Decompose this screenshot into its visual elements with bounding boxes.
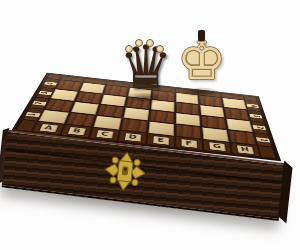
right-rank-label-3: 3 xyxy=(248,110,263,121)
product-photo: 44332211ABCDEFGH ♛ xyxy=(0,0,300,250)
queen-crown-ball xyxy=(156,45,164,53)
rank-label-text: 4 xyxy=(245,103,259,109)
rank-label-text: 2 xyxy=(251,124,267,130)
file-label-d: D xyxy=(119,131,147,144)
file-label-text: F xyxy=(180,139,198,149)
file-label-text: E xyxy=(152,135,170,145)
king-cross-finial xyxy=(198,30,205,41)
file-label-f: F xyxy=(176,137,203,150)
rank-label-text: 4 xyxy=(43,81,58,86)
file-label-text: A xyxy=(38,123,59,132)
light-king-piece: ♚ xyxy=(177,33,226,88)
file-label-text: B xyxy=(66,126,87,136)
file-label-g: G xyxy=(203,140,231,153)
queen-crown-ball xyxy=(146,39,154,47)
queen-crown-ball xyxy=(135,39,143,47)
king-glyph: ♚ xyxy=(177,33,226,88)
dark-queen-piece: ♛ xyxy=(119,37,173,97)
file-label-h: H xyxy=(231,143,260,156)
right-rank-label-2: 2 xyxy=(251,121,267,133)
file-label-e: E xyxy=(147,134,174,147)
file-label-b: B xyxy=(62,125,92,138)
right-rank-label-1: 1 xyxy=(255,133,272,146)
file-label-text: H xyxy=(235,145,255,155)
file-label-c: C xyxy=(90,128,119,141)
brass-clasp-icon xyxy=(103,150,147,192)
file-label-text: C xyxy=(95,129,115,139)
rank-label-text: 1 xyxy=(255,136,271,143)
rank-label-text: 3 xyxy=(37,90,53,96)
board-frame-cell xyxy=(259,146,276,158)
rank-label-text: 1 xyxy=(24,111,42,118)
queen-crown-ball xyxy=(125,45,133,53)
rank-label-text: 2 xyxy=(31,100,48,106)
file-label-text: D xyxy=(123,132,142,142)
file-label-text: G xyxy=(208,142,227,152)
rank-label-text: 3 xyxy=(248,113,263,119)
